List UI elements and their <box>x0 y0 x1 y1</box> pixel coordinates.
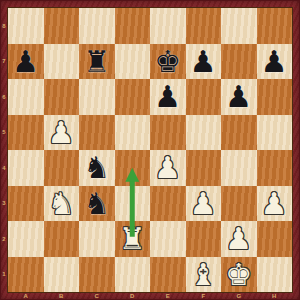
square-e3[interactable] <box>150 186 186 222</box>
square-b4[interactable] <box>44 150 80 186</box>
file-label-e: E <box>150 293 186 300</box>
piece-black-pawn[interactable]: ♟ <box>154 79 181 115</box>
piece-black-knight[interactable]: ♞ <box>83 150 110 186</box>
square-h5[interactable] <box>257 115 293 151</box>
chess-board: ♟♜♚♟♟♟♟♟♞♟♞♞♟♟♜♟♝♚ <box>8 8 292 292</box>
square-a6[interactable] <box>8 79 44 115</box>
square-a1[interactable] <box>8 257 44 293</box>
piece-white-pawn[interactable]: ♟ <box>261 186 288 222</box>
rank-label-1: 1 <box>0 271 8 277</box>
square-e8[interactable] <box>150 8 186 44</box>
square-b7[interactable] <box>44 44 80 80</box>
rank-label-6: 6 <box>0 94 8 100</box>
square-g1[interactable]: ♚ <box>221 257 257 293</box>
rank-label-7: 7 <box>0 58 8 64</box>
piece-black-pawn[interactable]: ♟ <box>225 79 252 115</box>
rank-label-8: 8 <box>0 23 8 29</box>
piece-white-pawn[interactable]: ♟ <box>190 186 217 222</box>
square-c8[interactable] <box>79 8 115 44</box>
piece-white-pawn[interactable]: ♟ <box>225 221 252 257</box>
piece-white-bishop[interactable]: ♝ <box>190 257 217 293</box>
file-label-f: F <box>186 293 222 300</box>
piece-white-knight[interactable]: ♞ <box>48 186 75 222</box>
square-c6[interactable] <box>79 79 115 115</box>
square-g6[interactable]: ♟ <box>221 79 257 115</box>
file-label-a: A <box>8 293 44 300</box>
square-b6[interactable] <box>44 79 80 115</box>
square-a8[interactable] <box>8 8 44 44</box>
rank-label-3: 3 <box>0 200 8 206</box>
square-a4[interactable] <box>8 150 44 186</box>
piece-white-pawn[interactable]: ♟ <box>154 150 181 186</box>
square-f5[interactable] <box>186 115 222 151</box>
square-d6[interactable] <box>115 79 151 115</box>
square-h7[interactable]: ♟ <box>257 44 293 80</box>
piece-black-pawn[interactable]: ♟ <box>261 44 288 80</box>
square-h3[interactable]: ♟ <box>257 186 293 222</box>
square-b5[interactable]: ♟ <box>44 115 80 151</box>
square-e7[interactable]: ♚ <box>150 44 186 80</box>
piece-black-king[interactable]: ♚ <box>154 44 181 80</box>
square-h2[interactable] <box>257 221 293 257</box>
square-b8[interactable] <box>44 8 80 44</box>
file-label-h: H <box>257 293 293 300</box>
file-label-d: D <box>115 293 151 300</box>
chess-board-frame: 87654321 ABCDEFGH ♟♜♚♟♟♟♟♟♞♟♞♞♟♟♜♟♝♚ <box>0 0 300 300</box>
rank-label-4: 4 <box>0 165 8 171</box>
square-f4[interactable] <box>186 150 222 186</box>
square-d8[interactable] <box>115 8 151 44</box>
piece-white-rook[interactable]: ♜ <box>119 221 146 257</box>
square-d5[interactable] <box>115 115 151 151</box>
square-c7[interactable]: ♜ <box>79 44 115 80</box>
square-e5[interactable] <box>150 115 186 151</box>
file-label-b: B <box>44 293 80 300</box>
square-d1[interactable] <box>115 257 151 293</box>
square-e6[interactable]: ♟ <box>150 79 186 115</box>
square-c2[interactable] <box>79 221 115 257</box>
square-f6[interactable] <box>186 79 222 115</box>
square-h4[interactable] <box>257 150 293 186</box>
square-e1[interactable] <box>150 257 186 293</box>
square-f3[interactable]: ♟ <box>186 186 222 222</box>
square-e4[interactable]: ♟ <box>150 150 186 186</box>
piece-black-pawn[interactable]: ♟ <box>190 44 217 80</box>
file-label-g: G <box>221 293 257 300</box>
square-d4[interactable] <box>115 150 151 186</box>
square-f7[interactable]: ♟ <box>186 44 222 80</box>
piece-white-pawn[interactable]: ♟ <box>48 115 75 151</box>
piece-black-rook[interactable]: ♜ <box>83 44 110 80</box>
piece-white-king[interactable]: ♚ <box>225 257 252 293</box>
square-b2[interactable] <box>44 221 80 257</box>
square-g4[interactable] <box>221 150 257 186</box>
rank-label-5: 5 <box>0 129 8 135</box>
piece-black-pawn[interactable]: ♟ <box>12 44 39 80</box>
square-h1[interactable] <box>257 257 293 293</box>
square-a2[interactable] <box>8 221 44 257</box>
square-c1[interactable] <box>79 257 115 293</box>
rank-label-2: 2 <box>0 236 8 242</box>
square-g5[interactable] <box>221 115 257 151</box>
square-g7[interactable] <box>221 44 257 80</box>
square-a5[interactable] <box>8 115 44 151</box>
square-b3[interactable]: ♞ <box>44 186 80 222</box>
square-f8[interactable] <box>186 8 222 44</box>
square-f1[interactable]: ♝ <box>186 257 222 293</box>
square-e2[interactable] <box>150 221 186 257</box>
square-c3[interactable]: ♞ <box>79 186 115 222</box>
piece-black-knight[interactable]: ♞ <box>83 186 110 222</box>
square-a7[interactable]: ♟ <box>8 44 44 80</box>
square-g3[interactable] <box>221 186 257 222</box>
square-f2[interactable] <box>186 221 222 257</box>
square-g8[interactable] <box>221 8 257 44</box>
square-d7[interactable] <box>115 44 151 80</box>
square-h6[interactable] <box>257 79 293 115</box>
square-h8[interactable] <box>257 8 293 44</box>
file-label-c: C <box>79 293 115 300</box>
square-c5[interactable] <box>79 115 115 151</box>
square-d3[interactable] <box>115 186 151 222</box>
square-d2[interactable]: ♜ <box>115 221 151 257</box>
square-c4[interactable]: ♞ <box>79 150 115 186</box>
square-a3[interactable] <box>8 186 44 222</box>
square-b1[interactable] <box>44 257 80 293</box>
square-g2[interactable]: ♟ <box>221 221 257 257</box>
